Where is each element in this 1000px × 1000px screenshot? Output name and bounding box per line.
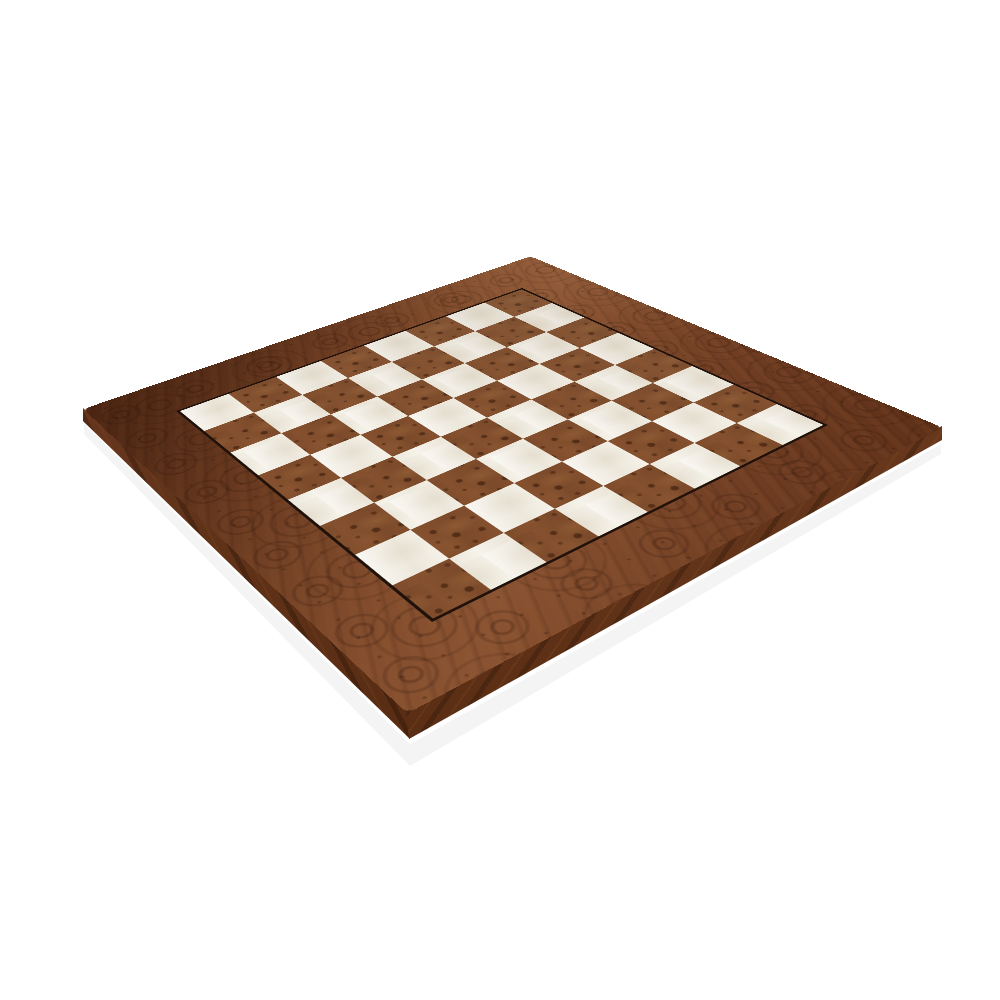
product-photo-stage xyxy=(0,0,1000,1000)
chess-board xyxy=(83,256,942,713)
